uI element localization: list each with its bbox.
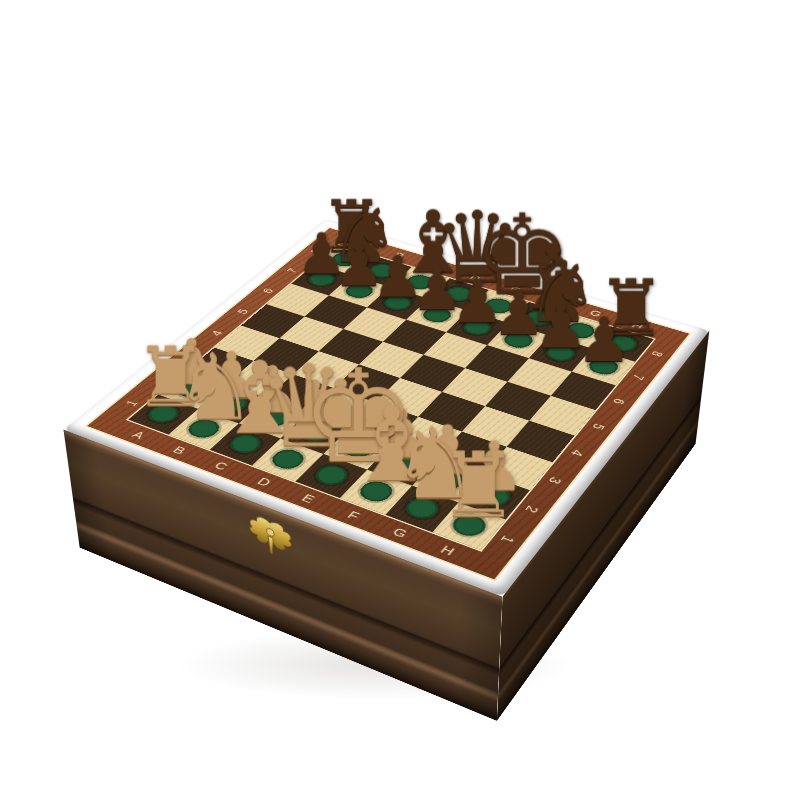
black-pawn-g7[interactable]: ♟ xyxy=(534,296,581,357)
black-pawn-h7[interactable]: ♟ xyxy=(576,309,624,371)
black-pawn-e7[interactable]: ♟ xyxy=(451,272,497,332)
brass-latch-icon xyxy=(243,508,298,569)
black-pawn-d7[interactable]: ♟ xyxy=(411,260,457,319)
chess-set-photo: ABCDEFGH ABCDEFGH 87654321 87654321 ♜♞♝♛… xyxy=(0,0,800,800)
black-pawn-f7[interactable]: ♟ xyxy=(492,284,539,344)
white-knight-g1[interactable]: ♞ xyxy=(391,415,445,513)
white-rook-h1[interactable]: ♜ xyxy=(438,440,492,530)
